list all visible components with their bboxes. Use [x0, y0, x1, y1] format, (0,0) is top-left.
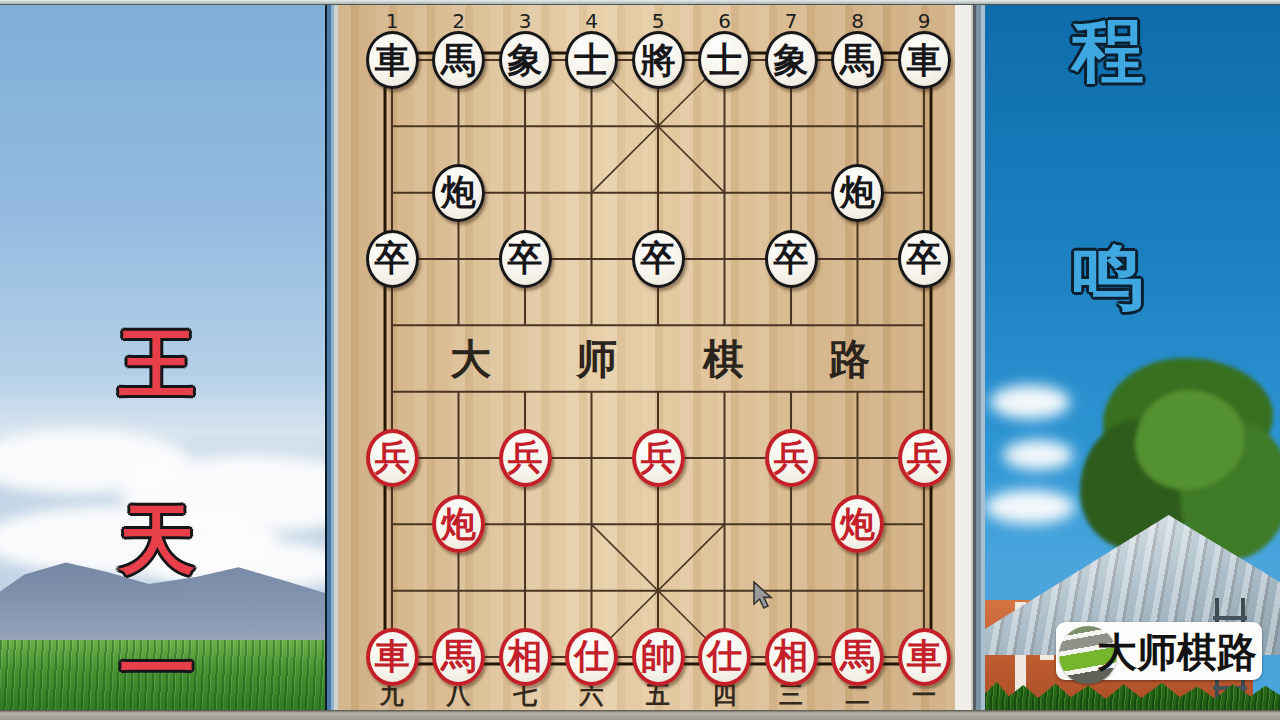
piece-black-general[interactable]: 將 [632, 31, 685, 89]
file-label-top: 2 [444, 9, 474, 33]
piece-red-general[interactable]: 帥 [632, 628, 685, 686]
file-label-top: 4 [577, 9, 607, 33]
piece-black-horse[interactable]: 馬 [831, 31, 884, 89]
piece-black-soldier[interactable]: 卒 [366, 230, 419, 288]
piece-black-horse[interactable]: 馬 [432, 31, 485, 89]
piece-black-elephant[interactable]: 象 [499, 31, 552, 89]
left-player-panel: 王天一 [0, 0, 325, 720]
piece-red-advisor[interactable]: 仕 [565, 628, 618, 686]
piece-black-advisor[interactable]: 士 [565, 31, 618, 89]
file-label-top: 1 [377, 9, 407, 33]
river-char: 师 [576, 339, 617, 380]
player-name-char: 王 [112, 326, 202, 402]
player-name-char: 程 [1063, 14, 1153, 86]
piece-red-cannon[interactable]: 炮 [831, 495, 884, 553]
piece-red-soldier[interactable]: 兵 [499, 429, 552, 487]
right-player-panel: 程鸣 大师棋路 [985, 0, 1280, 720]
channel-logo-text: 大师棋路 [1097, 631, 1257, 673]
file-label-top: 7 [776, 9, 806, 33]
river-char: 路 [829, 339, 870, 380]
board-panel: 123456789九八七六五四三二一大师棋路車馬象士將士象馬車炮炮卒卒卒卒卒兵兵… [325, 0, 985, 710]
piece-black-cannon[interactable]: 炮 [432, 164, 485, 222]
piece-black-soldier[interactable]: 卒 [499, 230, 552, 288]
piece-red-soldier[interactable]: 兵 [765, 429, 818, 487]
video-frame: 王天一 123456789九八七六五四三二一大师棋路車馬象士將士象馬車炮炮卒卒卒… [0, 0, 1280, 720]
piece-red-advisor[interactable]: 仕 [698, 628, 751, 686]
piece-black-cannon[interactable]: 炮 [831, 164, 884, 222]
piece-red-horse[interactable]: 馬 [831, 628, 884, 686]
river-char: 棋 [703, 339, 744, 380]
file-label-top: 6 [710, 9, 740, 33]
file-label-top: 9 [909, 9, 939, 33]
piece-black-soldier[interactable]: 卒 [765, 230, 818, 288]
cloud-shape [1003, 440, 1073, 470]
file-label-top: 8 [843, 9, 873, 33]
piece-black-soldier[interactable]: 卒 [632, 230, 685, 288]
mouse-cursor [752, 581, 776, 611]
window-frame-left [325, 0, 338, 710]
file-label-top: 5 [643, 9, 673, 33]
piece-red-soldier[interactable]: 兵 [366, 429, 419, 487]
piece-red-horse[interactable]: 馬 [432, 628, 485, 686]
piece-red-elephant[interactable]: 相 [765, 628, 818, 686]
piece-black-chariot[interactable]: 車 [898, 31, 951, 89]
cloud-shape [990, 385, 1070, 419]
piece-black-advisor[interactable]: 士 [698, 31, 751, 89]
river-text: 大师棋路 [450, 336, 870, 382]
piece-black-chariot[interactable]: 車 [366, 31, 419, 89]
player-name-char: 天 [112, 502, 202, 578]
piece-black-soldier[interactable]: 卒 [898, 230, 951, 288]
piece-red-chariot[interactable]: 車 [898, 628, 951, 686]
piece-red-soldier[interactable]: 兵 [632, 429, 685, 487]
piece-red-chariot[interactable]: 車 [366, 628, 419, 686]
piece-black-elephant[interactable]: 象 [765, 31, 818, 89]
piece-red-soldier[interactable]: 兵 [898, 429, 951, 487]
file-label-top: 3 [510, 9, 540, 33]
xiangqi-board[interactable]: 123456789九八七六五四三二一大师棋路車馬象士將士象馬車炮炮卒卒卒卒卒兵兵… [338, 5, 955, 710]
river-char: 大 [450, 339, 491, 380]
cloud-shape [985, 490, 1075, 524]
top-border-bar [0, 0, 1280, 5]
piece-red-cannon[interactable]: 炮 [432, 495, 485, 553]
window-frame-right [955, 0, 985, 710]
player-name-char: 一 [112, 631, 202, 707]
piece-red-elephant[interactable]: 相 [499, 628, 552, 686]
player-name-char: 鸣 [1063, 240, 1153, 312]
bottom-border-bar [0, 710, 1280, 720]
